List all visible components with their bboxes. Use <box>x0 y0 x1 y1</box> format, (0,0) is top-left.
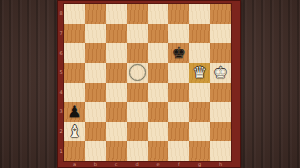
square-f6[interactable]: ♚ <box>168 43 189 63</box>
square-c7[interactable] <box>106 24 127 44</box>
square-c2[interactable] <box>106 122 127 142</box>
square-f8[interactable] <box>168 4 189 24</box>
square-b1[interactable] <box>85 141 106 161</box>
white-bishop-piece[interactable]: ♝ <box>67 123 81 139</box>
rank-label-8: 8 <box>58 4 64 24</box>
square-e2[interactable] <box>148 122 169 142</box>
square-h6[interactable] <box>210 43 231 63</box>
rank-label-4: 4 <box>58 83 64 103</box>
square-b4[interactable] <box>85 83 106 103</box>
file-label-d: d <box>127 162 148 167</box>
black-pawn-piece[interactable]: ♟ <box>67 103 81 119</box>
square-a1[interactable] <box>64 141 85 161</box>
square-a2[interactable]: ♝ <box>64 122 85 142</box>
square-c8[interactable] <box>106 4 127 24</box>
rank-label-6: 6 <box>58 43 64 63</box>
square-d2[interactable] <box>127 122 148 142</box>
square-g3[interactable] <box>189 102 210 122</box>
white-king-piece[interactable]: ♚ <box>213 64 227 80</box>
square-a5[interactable] <box>64 63 85 83</box>
square-c5[interactable] <box>106 63 127 83</box>
square-c3[interactable] <box>106 102 127 122</box>
chess-app-stage: ♚♛♚♟♝ abcdefgh87654321 <box>0 0 300 168</box>
rank-label-2: 2 <box>58 122 64 142</box>
chess-board: ♚♛♚♟♝ <box>57 0 241 168</box>
square-h2[interactable] <box>210 122 231 142</box>
square-d1[interactable] <box>127 141 148 161</box>
square-f3[interactable] <box>168 102 189 122</box>
square-e7[interactable] <box>148 24 169 44</box>
square-a6[interactable] <box>64 43 85 63</box>
square-e5[interactable] <box>148 63 169 83</box>
square-e6[interactable] <box>148 43 169 63</box>
square-b2[interactable] <box>85 122 106 142</box>
square-d6[interactable] <box>127 43 148 63</box>
rank-label-7: 7 <box>58 24 64 44</box>
rank-label-5: 5 <box>58 63 64 83</box>
square-g2[interactable] <box>189 122 210 142</box>
square-f7[interactable] <box>168 24 189 44</box>
square-b5[interactable] <box>85 63 106 83</box>
board-grid: ♚♛♚♟♝ <box>64 4 231 161</box>
square-g8[interactable] <box>189 4 210 24</box>
square-b3[interactable] <box>85 102 106 122</box>
square-b7[interactable] <box>85 24 106 44</box>
square-e1[interactable] <box>148 141 169 161</box>
square-f2[interactable] <box>168 122 189 142</box>
square-h4[interactable] <box>210 83 231 103</box>
square-b8[interactable] <box>85 4 106 24</box>
move-hint-circle-annotation <box>129 64 146 81</box>
square-f4[interactable] <box>168 83 189 103</box>
square-g7[interactable] <box>189 24 210 44</box>
square-a7[interactable] <box>64 24 85 44</box>
square-h1[interactable] <box>210 141 231 161</box>
square-d7[interactable] <box>127 24 148 44</box>
square-h8[interactable] <box>210 4 231 24</box>
square-c4[interactable] <box>106 83 127 103</box>
file-label-a: a <box>64 162 85 167</box>
square-e8[interactable] <box>148 4 169 24</box>
square-h7[interactable] <box>210 24 231 44</box>
square-g4[interactable] <box>189 83 210 103</box>
square-e3[interactable] <box>148 102 169 122</box>
square-h3[interactable] <box>210 102 231 122</box>
square-f1[interactable] <box>168 141 189 161</box>
square-a4[interactable] <box>64 83 85 103</box>
black-king-piece[interactable]: ♚ <box>172 45 186 61</box>
square-d8[interactable] <box>127 4 148 24</box>
file-label-c: c <box>106 162 127 167</box>
file-label-h: h <box>210 162 231 167</box>
square-d4[interactable] <box>127 83 148 103</box>
square-g5[interactable]: ♛ <box>189 63 210 83</box>
white-queen-piece[interactable]: ♛ <box>193 64 207 80</box>
file-label-f: f <box>168 162 189 167</box>
square-c1[interactable] <box>106 141 127 161</box>
square-a8[interactable] <box>64 4 85 24</box>
square-h5[interactable]: ♚ <box>210 63 231 83</box>
square-e4[interactable] <box>148 83 169 103</box>
square-c6[interactable] <box>106 43 127 63</box>
square-a3[interactable]: ♟ <box>64 102 85 122</box>
rank-label-3: 3 <box>58 102 64 122</box>
square-d5[interactable] <box>127 63 148 83</box>
square-g1[interactable] <box>189 141 210 161</box>
file-label-g: g <box>189 162 210 167</box>
file-label-b: b <box>85 162 106 167</box>
square-d3[interactable] <box>127 102 148 122</box>
square-f5[interactable] <box>168 63 189 83</box>
square-b6[interactable] <box>85 43 106 63</box>
square-g6[interactable] <box>189 43 210 63</box>
rank-label-1: 1 <box>58 141 64 161</box>
file-label-e: e <box>148 162 169 167</box>
